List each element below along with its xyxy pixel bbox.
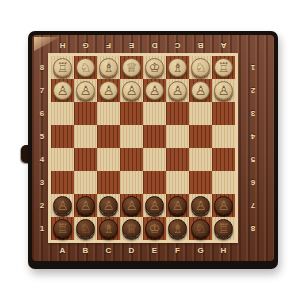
square-d6[interactable] <box>120 102 143 125</box>
right-rank-label: 8 <box>242 217 264 240</box>
piece-glyph: ♙ <box>195 82 207 99</box>
square-f7[interactable]: ♙ <box>166 79 189 102</box>
square-a5[interactable] <box>51 125 74 148</box>
piece-glyph: ♘ <box>195 220 207 237</box>
square-d8[interactable]: ♕ <box>120 56 143 79</box>
piece-glyph: ♕ <box>126 220 138 237</box>
square-c7[interactable]: ♙ <box>97 79 120 102</box>
bottom-file-label: C <box>97 244 120 258</box>
top-file-label: F <box>97 38 120 52</box>
square-c4[interactable] <box>97 148 120 171</box>
square-h6[interactable] <box>212 102 235 125</box>
board: ♖♘♗♕♔♗♘♖♙♙♙♙♙♙♙♙♙♙♙♙♙♙♙♙♖♘♗♕♔♗♘♖ <box>51 56 235 240</box>
square-d2[interactable]: ♙ <box>120 194 143 217</box>
piece-light-rook[interactable]: ♖ <box>53 58 72 77</box>
square-f3[interactable] <box>166 171 189 194</box>
piece-glyph: ♗ <box>103 59 115 76</box>
piece-glyph: ♕ <box>126 59 138 76</box>
square-e4[interactable] <box>143 148 166 171</box>
piece-light-bishop[interactable]: ♗ <box>99 58 118 77</box>
square-g5[interactable] <box>189 125 212 148</box>
piece-glyph: ♙ <box>103 82 115 99</box>
piece-glyph: ♙ <box>57 197 69 214</box>
piece-glyph: ♙ <box>172 197 184 214</box>
piece-dark-rook[interactable]: ♖ <box>214 219 233 238</box>
piece-light-pawn[interactable]: ♙ <box>53 81 72 100</box>
piece-glyph: ♙ <box>149 82 161 99</box>
square-f6[interactable] <box>166 102 189 125</box>
square-h8[interactable]: ♖ <box>212 56 235 79</box>
right-rank-label: 3 <box>242 102 264 125</box>
square-c3[interactable] <box>97 171 120 194</box>
piece-dark-pawn[interactable]: ♙ <box>145 196 164 215</box>
top-file-label: H <box>51 38 74 52</box>
square-b7[interactable]: ♙ <box>74 79 97 102</box>
board-inner-border: ♖♘♗♕♔♗♘♖♙♙♙♙♙♙♙♙♙♙♙♙♙♙♙♙♖♘♗♕♔♗♘♖ <box>48 53 238 243</box>
right-rank-label: 6 <box>242 171 264 194</box>
piece-dark-pawn[interactable]: ♙ <box>191 196 210 215</box>
square-a4[interactable] <box>51 148 74 171</box>
chess-box-case: HGFEDCBA ABCDEFGH 87654321 12345678 ♖♘♗♕… <box>28 31 278 269</box>
square-f5[interactable] <box>166 125 189 148</box>
square-e7[interactable]: ♙ <box>143 79 166 102</box>
piece-dark-pawn[interactable]: ♙ <box>168 196 187 215</box>
square-c2[interactable]: ♙ <box>97 194 120 217</box>
piece-light-pawn[interactable]: ♙ <box>214 81 233 100</box>
piece-glyph: ♗ <box>172 220 184 237</box>
piece-light-rook[interactable]: ♖ <box>214 58 233 77</box>
right-rank-label: 7 <box>242 194 264 217</box>
square-d4[interactable] <box>120 148 143 171</box>
square-d7[interactable]: ♙ <box>120 79 143 102</box>
piece-glyph: ♖ <box>218 220 230 237</box>
piece-glyph: ♙ <box>57 82 69 99</box>
piece-glyph: ♔ <box>149 59 161 76</box>
square-g7[interactable]: ♙ <box>189 79 212 102</box>
piece-light-pawn[interactable]: ♙ <box>99 81 118 100</box>
piece-light-queen[interactable]: ♕ <box>122 58 141 77</box>
top-file-label: B <box>189 38 212 52</box>
piece-glyph: ♗ <box>172 59 184 76</box>
square-h1[interactable]: ♖ <box>212 217 235 240</box>
piece-dark-pawn[interactable]: ♙ <box>214 196 233 215</box>
square-a7[interactable]: ♙ <box>51 79 74 102</box>
piece-glyph: ♙ <box>126 82 138 99</box>
top-file-label: G <box>74 38 97 52</box>
square-h2[interactable]: ♙ <box>212 194 235 217</box>
piece-dark-knight[interactable]: ♘ <box>191 219 210 238</box>
piece-light-knight[interactable]: ♘ <box>191 58 210 77</box>
piece-dark-queen[interactable]: ♕ <box>122 219 141 238</box>
top-file-label: D <box>143 38 166 52</box>
piece-glyph: ♖ <box>57 59 69 76</box>
piece-dark-bishop[interactable]: ♗ <box>168 219 187 238</box>
wood-frame: HGFEDCBA ABCDEFGH 87654321 12345678 ♖♘♗♕… <box>32 35 274 261</box>
square-a8[interactable]: ♖ <box>51 56 74 79</box>
square-g3[interactable] <box>189 171 212 194</box>
square-f2[interactable]: ♙ <box>166 194 189 217</box>
square-h4[interactable] <box>212 148 235 171</box>
piece-dark-pawn[interactable]: ♙ <box>122 196 141 215</box>
top-file-label: C <box>166 38 189 52</box>
piece-dark-pawn[interactable]: ♙ <box>99 196 118 215</box>
piece-light-pawn[interactable]: ♙ <box>122 81 141 100</box>
piece-light-pawn[interactable]: ♙ <box>76 81 95 100</box>
square-b1[interactable]: ♘ <box>74 217 97 240</box>
piece-glyph: ♖ <box>218 59 230 76</box>
square-a3[interactable] <box>51 171 74 194</box>
square-g2[interactable]: ♙ <box>189 194 212 217</box>
piece-dark-rook[interactable]: ♖ <box>53 219 72 238</box>
piece-glyph: ♘ <box>80 220 92 237</box>
bottom-file-label: A <box>51 244 74 258</box>
piece-glyph: ♙ <box>80 82 92 99</box>
bottom-file-label: B <box>74 244 97 258</box>
square-c1[interactable]: ♗ <box>97 217 120 240</box>
right-rank-label: 5 <box>242 148 264 171</box>
top-file-label: E <box>120 38 143 52</box>
square-a6[interactable] <box>51 102 74 125</box>
top-file-label: A <box>212 38 235 52</box>
piece-glyph: ♙ <box>195 197 207 214</box>
square-g1[interactable]: ♘ <box>189 217 212 240</box>
piece-dark-king[interactable]: ♔ <box>145 219 164 238</box>
square-c5[interactable] <box>97 125 120 148</box>
square-e8[interactable]: ♔ <box>143 56 166 79</box>
piece-dark-bishop[interactable]: ♗ <box>99 219 118 238</box>
bottom-file-label: G <box>189 244 212 258</box>
piece-light-king[interactable]: ♔ <box>145 58 164 77</box>
square-g8[interactable]: ♘ <box>189 56 212 79</box>
square-h7[interactable]: ♙ <box>212 79 235 102</box>
square-b2[interactable]: ♙ <box>74 194 97 217</box>
piece-glyph: ♙ <box>172 82 184 99</box>
piece-light-bishop[interactable]: ♗ <box>168 58 187 77</box>
piece-light-pawn[interactable]: ♙ <box>168 81 187 100</box>
square-e5[interactable] <box>143 125 166 148</box>
piece-glyph: ♔ <box>149 220 161 237</box>
piece-glyph: ♙ <box>103 197 115 214</box>
square-a2[interactable]: ♙ <box>51 194 74 217</box>
piece-glyph: ♙ <box>218 197 230 214</box>
square-g4[interactable] <box>189 148 212 171</box>
bottom-file-label: D <box>120 244 143 258</box>
file-labels-bottom: ABCDEFGH <box>51 244 235 258</box>
piece-light-knight[interactable]: ♘ <box>76 58 95 77</box>
right-rank-label: 1 <box>242 56 264 79</box>
square-e1[interactable]: ♔ <box>143 217 166 240</box>
file-labels-top: HGFEDCBA <box>51 38 235 52</box>
square-a1[interactable]: ♖ <box>51 217 74 240</box>
square-e3[interactable] <box>143 171 166 194</box>
square-h3[interactable] <box>212 171 235 194</box>
chess-set-photo: HGFEDCBA ABCDEFGH 87654321 12345678 ♖♘♗♕… <box>0 0 300 300</box>
piece-glyph: ♘ <box>195 59 207 76</box>
piece-dark-pawn[interactable]: ♙ <box>53 196 72 215</box>
piece-light-pawn[interactable]: ♙ <box>145 81 164 100</box>
bottom-file-label: H <box>212 244 235 258</box>
square-c8[interactable]: ♗ <box>97 56 120 79</box>
right-rank-label: 2 <box>242 79 264 102</box>
square-b8[interactable]: ♘ <box>74 56 97 79</box>
square-f8[interactable]: ♗ <box>166 56 189 79</box>
square-d5[interactable] <box>120 125 143 148</box>
piece-glyph: ♙ <box>218 82 230 99</box>
square-f4[interactable] <box>166 148 189 171</box>
square-d3[interactable] <box>120 171 143 194</box>
square-e6[interactable] <box>143 102 166 125</box>
square-b6[interactable] <box>74 102 97 125</box>
piece-glyph: ♖ <box>57 220 69 237</box>
piece-glyph: ♙ <box>80 197 92 214</box>
piece-glyph: ♘ <box>80 59 92 76</box>
square-h5[interactable] <box>212 125 235 148</box>
square-b3[interactable] <box>74 171 97 194</box>
piece-light-pawn[interactable]: ♙ <box>191 81 210 100</box>
square-f1[interactable]: ♗ <box>166 217 189 240</box>
bottom-file-label: F <box>166 244 189 258</box>
square-d1[interactable]: ♕ <box>120 217 143 240</box>
piece-glyph: ♙ <box>126 197 138 214</box>
square-e2[interactable]: ♙ <box>143 194 166 217</box>
piece-glyph: ♙ <box>149 197 161 214</box>
square-b4[interactable] <box>74 148 97 171</box>
piece-glyph: ♗ <box>103 220 115 237</box>
square-b5[interactable] <box>74 125 97 148</box>
bottom-file-label: E <box>143 244 166 258</box>
piece-dark-pawn[interactable]: ♙ <box>76 196 95 215</box>
right-rank-label: 4 <box>242 125 264 148</box>
piece-dark-knight[interactable]: ♘ <box>76 219 95 238</box>
square-c6[interactable] <box>97 102 120 125</box>
rank-labels-right: 12345678 <box>242 56 264 240</box>
square-g6[interactable] <box>189 102 212 125</box>
